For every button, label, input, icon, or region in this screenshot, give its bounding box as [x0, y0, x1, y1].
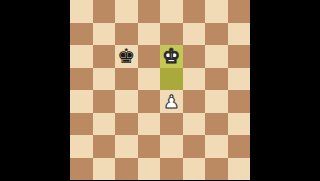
square-g8[interactable]	[205, 0, 228, 23]
square-c2[interactable]	[115, 135, 138, 158]
square-h6[interactable]	[228, 45, 251, 68]
square-b5[interactable]	[93, 68, 116, 91]
square-b7[interactable]	[93, 23, 116, 46]
square-f4[interactable]	[183, 90, 206, 113]
square-d2[interactable]	[138, 135, 161, 158]
square-a7[interactable]	[70, 23, 93, 46]
square-a3[interactable]	[70, 113, 93, 136]
square-a8[interactable]	[70, 0, 93, 23]
square-c4[interactable]	[115, 90, 138, 113]
square-b8[interactable]	[93, 0, 116, 23]
square-d6[interactable]	[138, 45, 161, 68]
square-c8[interactable]	[115, 0, 138, 23]
square-h8[interactable]	[228, 0, 251, 23]
square-a6[interactable]	[70, 45, 93, 68]
square-d7[interactable]	[138, 23, 161, 46]
square-e2[interactable]	[160, 135, 183, 158]
square-f2[interactable]	[183, 135, 206, 158]
square-g2[interactable]	[205, 135, 228, 158]
square-h5[interactable]	[228, 68, 251, 91]
square-d8[interactable]	[138, 0, 161, 23]
square-e8[interactable]	[160, 0, 183, 23]
square-e4[interactable]: ♟	[160, 90, 183, 113]
square-g3[interactable]	[205, 113, 228, 136]
square-e7[interactable]	[160, 23, 183, 46]
square-d1[interactable]	[138, 158, 161, 181]
square-h4[interactable]	[228, 90, 251, 113]
white-pawn[interactable]: ♟	[160, 90, 183, 113]
square-d3[interactable]	[138, 113, 161, 136]
square-f8[interactable]	[183, 0, 206, 23]
square-f1[interactable]	[183, 158, 206, 181]
square-e5-last-move-from[interactable]	[160, 68, 183, 91]
square-h2[interactable]	[228, 135, 251, 158]
square-b6[interactable]	[93, 45, 116, 68]
square-b2[interactable]	[93, 135, 116, 158]
square-g1[interactable]	[205, 158, 228, 181]
square-h7[interactable]	[228, 23, 251, 46]
square-d5[interactable]	[138, 68, 161, 91]
square-f7[interactable]	[183, 23, 206, 46]
square-a2[interactable]	[70, 135, 93, 158]
square-e1[interactable]	[160, 158, 183, 181]
square-g5[interactable]	[205, 68, 228, 91]
square-b3[interactable]	[93, 113, 116, 136]
video-frame: ♚♚♟	[0, 0, 320, 180]
white-king[interactable]: ♚	[160, 45, 183, 68]
letterbox-left-bar	[0, 0, 70, 180]
square-c5[interactable]	[115, 68, 138, 91]
square-h1[interactable]	[228, 158, 251, 181]
square-c7[interactable]	[115, 23, 138, 46]
square-f3[interactable]	[183, 113, 206, 136]
square-c1[interactable]	[115, 158, 138, 181]
letterbox-right-bar	[250, 0, 320, 180]
square-a4[interactable]	[70, 90, 93, 113]
square-b4[interactable]	[93, 90, 116, 113]
square-g6[interactable]	[205, 45, 228, 68]
black-king[interactable]: ♚	[115, 45, 138, 68]
square-e6-last-move-to[interactable]: ♚	[160, 45, 183, 68]
square-c6[interactable]: ♚	[115, 45, 138, 68]
square-f6[interactable]	[183, 45, 206, 68]
square-g4[interactable]	[205, 90, 228, 113]
chess-board: ♚♚♟	[70, 0, 250, 180]
square-d4[interactable]	[138, 90, 161, 113]
square-a1[interactable]	[70, 158, 93, 181]
square-e3[interactable]	[160, 113, 183, 136]
square-g7[interactable]	[205, 23, 228, 46]
square-a5[interactable]	[70, 68, 93, 91]
square-b1[interactable]	[93, 158, 116, 181]
square-f5[interactable]	[183, 68, 206, 91]
square-h3[interactable]	[228, 113, 251, 136]
square-c3[interactable]	[115, 113, 138, 136]
